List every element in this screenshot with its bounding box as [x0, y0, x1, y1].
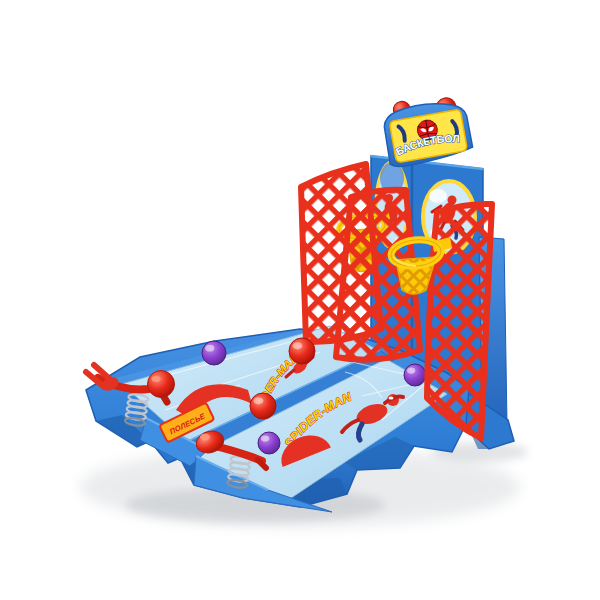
- purple-ball: [202, 341, 226, 365]
- ball-highlight: [261, 436, 269, 442]
- product-photo: БАСКЕТБОЛ SPIDER-MAN: [0, 0, 600, 600]
- score-sign: БАСКЕТБОЛ: [381, 91, 474, 168]
- purple-ball: [404, 364, 426, 386]
- toy-basketball-game-svg: БАСКЕТБОЛ SPIDER-MAN: [0, 0, 600, 600]
- red-ball: [250, 393, 276, 419]
- ball-highlight: [407, 368, 415, 374]
- ball-highlight: [293, 342, 303, 349]
- ball-highlight: [205, 345, 214, 352]
- purple-ball: [258, 432, 280, 454]
- fence-right: [427, 204, 492, 438]
- red-ball: [289, 338, 315, 364]
- launcher-left-knob: [148, 371, 175, 398]
- ball-highlight: [254, 397, 264, 404]
